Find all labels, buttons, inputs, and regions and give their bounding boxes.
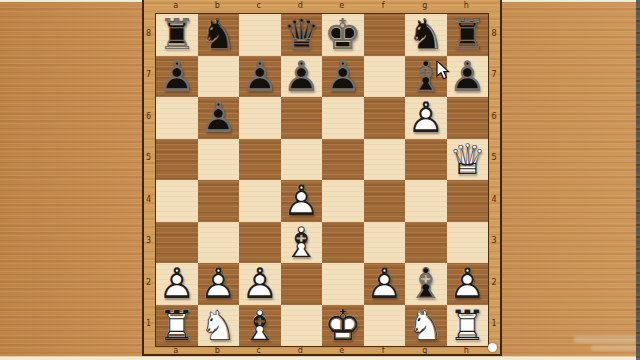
coord-label-h: h [446, 0, 488, 12]
square-d6[interactable] [281, 97, 323, 139]
square-h3[interactable] [447, 222, 489, 264]
square-b5[interactable] [198, 139, 240, 181]
white-to-move-indicator [488, 343, 497, 352]
coord-label-f: f [363, 0, 405, 12]
square-h2[interactable] [447, 263, 489, 305]
square-c8[interactable] [239, 14, 281, 56]
square-c1[interactable] [239, 305, 281, 347]
square-a6[interactable] [156, 97, 198, 139]
square-f8[interactable] [364, 14, 406, 56]
coord-label-d: d [280, 0, 322, 12]
square-b2[interactable] [198, 263, 240, 305]
square-b4[interactable] [198, 180, 240, 222]
coord-label-7: 7 [487, 55, 501, 97]
square-e2[interactable] [322, 263, 364, 305]
square-a5[interactable] [156, 139, 198, 181]
square-e7[interactable] [322, 56, 364, 98]
coord-label-8: 8 [487, 13, 501, 55]
coord-label-2: 2 [487, 262, 501, 304]
square-a1[interactable] [156, 305, 198, 347]
watermark-smudge [574, 336, 636, 343]
square-e3[interactable] [322, 222, 364, 264]
square-c3[interactable] [239, 222, 281, 264]
rank-labels-right: 87654321 [487, 13, 501, 345]
video-noise-artifact [636, 0, 640, 360]
coord-label-g: g [404, 0, 446, 12]
coord-label-e: e [321, 0, 363, 12]
square-a2[interactable] [156, 263, 198, 305]
square-h8[interactable] [447, 14, 489, 56]
square-c4[interactable] [239, 180, 281, 222]
app-window: abcdefgh abcdefgh 87654321 87654321 ♜♖♞♘… [0, 0, 640, 360]
square-g4[interactable] [405, 180, 447, 222]
square-d8[interactable] [281, 14, 323, 56]
square-h5[interactable] [447, 139, 489, 181]
square-d1[interactable] [281, 305, 323, 347]
square-h1[interactable] [447, 305, 489, 347]
square-g3[interactable] [405, 222, 447, 264]
watermark-smudge [591, 345, 637, 351]
square-d2[interactable] [281, 263, 323, 305]
square-h7[interactable] [447, 56, 489, 98]
square-d4[interactable] [281, 180, 323, 222]
coord-label-6: 6 [487, 96, 501, 138]
square-c7[interactable] [239, 56, 281, 98]
square-e5[interactable] [322, 139, 364, 181]
square-a4[interactable] [156, 180, 198, 222]
square-c6[interactable] [239, 97, 281, 139]
coord-label-a: a [155, 0, 197, 12]
square-d5[interactable] [281, 139, 323, 181]
frame-border-right [500, 0, 502, 356]
square-b7[interactable] [198, 56, 240, 98]
frame-border-left [142, 0, 144, 356]
square-d3[interactable] [281, 222, 323, 264]
coord-label-5: 5 [487, 138, 501, 180]
square-h4[interactable] [447, 180, 489, 222]
square-f1[interactable] [364, 305, 406, 347]
square-b8[interactable] [198, 14, 240, 56]
coord-label-3: 3 [487, 221, 501, 263]
window-bottom-edge [0, 356, 640, 360]
square-f2[interactable] [364, 263, 406, 305]
square-a3[interactable] [156, 222, 198, 264]
square-f5[interactable] [364, 139, 406, 181]
square-f3[interactable] [364, 222, 406, 264]
square-d7[interactable] [281, 56, 323, 98]
square-b6[interactable] [198, 97, 240, 139]
square-b3[interactable] [198, 222, 240, 264]
coord-label-b: b [197, 0, 239, 12]
square-e4[interactable] [322, 180, 364, 222]
file-labels-top: abcdefgh [155, 0, 487, 12]
mouse-cursor-icon [436, 61, 451, 80]
square-a8[interactable] [156, 14, 198, 56]
chess-board: abcdefgh abcdefgh 87654321 87654321 [142, 0, 502, 356]
square-g8[interactable] [405, 14, 447, 56]
square-e6[interactable] [322, 97, 364, 139]
square-e1[interactable] [322, 305, 364, 347]
square-a7[interactable] [156, 56, 198, 98]
square-f7[interactable] [364, 56, 406, 98]
square-f4[interactable] [364, 180, 406, 222]
square-h6[interactable] [447, 97, 489, 139]
square-e8[interactable] [322, 14, 364, 56]
square-g6[interactable] [405, 97, 447, 139]
square-g2[interactable] [405, 263, 447, 305]
coord-label-1: 1 [487, 304, 501, 346]
coord-label-c: c [238, 0, 280, 12]
square-c5[interactable] [239, 139, 281, 181]
square-b1[interactable] [198, 305, 240, 347]
square-c2[interactable] [239, 263, 281, 305]
square-g5[interactable] [405, 139, 447, 181]
square-f6[interactable] [364, 97, 406, 139]
square-g1[interactable] [405, 305, 447, 347]
coord-label-4: 4 [487, 179, 501, 221]
